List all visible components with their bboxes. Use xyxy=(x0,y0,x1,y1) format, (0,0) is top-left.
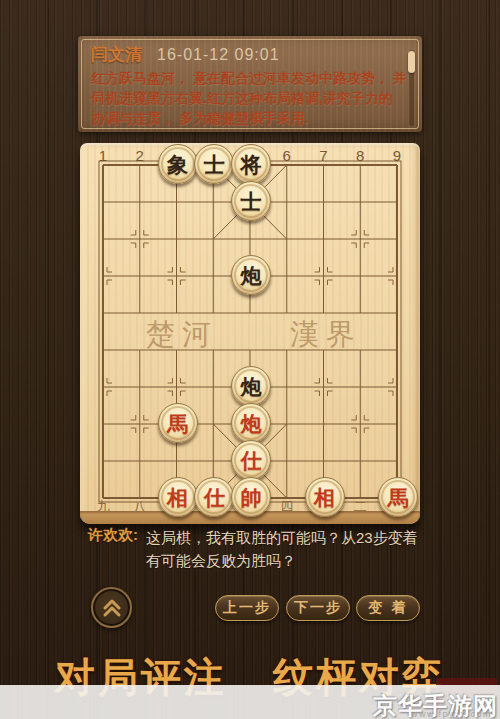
scroll-top-button[interactable] xyxy=(91,587,132,628)
piece-black[interactable]: 炮 xyxy=(231,366,271,406)
piece-red[interactable]: 仕 xyxy=(231,440,271,480)
piece-black[interactable]: 士 xyxy=(231,181,271,221)
file-label-top: 1 xyxy=(93,147,113,164)
app-screen: 闫文清 16-01-12 09:01 红方跃马盘河， 意在配合过河車发动中路攻势… xyxy=(0,0,500,719)
variation-button[interactable]: 变 着 xyxy=(356,595,420,621)
file-label-top: 8 xyxy=(350,147,370,164)
commentary-line: 伺机进窥黑方右翼.红方这种布局格调,讲究子力的 xyxy=(91,88,402,108)
file-label-bottom: 二 xyxy=(351,498,369,516)
file-label-top: 7 xyxy=(314,147,334,164)
file-label-top: 6 xyxy=(277,147,297,164)
double-chevron-up-icon xyxy=(99,595,125,621)
piece-red[interactable]: 帥 xyxy=(231,477,271,517)
chat-line: 有可能会反败为胜吗？ xyxy=(146,549,418,572)
piece-red[interactable]: 相 xyxy=(305,477,345,517)
xiangqi-board[interactable]: 123456789 九八七六五四三二一 楚河 漢界 象士将士炮炮馬炮仕相仕帥相馬 xyxy=(80,143,420,524)
commentator-name: 闫文清 xyxy=(91,43,142,66)
file-label-top: 9 xyxy=(387,147,407,164)
chat-line: 这局棋，我有取胜的可能吗？从23步变着 xyxy=(146,526,418,549)
scrollbar-thumb[interactable] xyxy=(408,51,415,73)
piece-red[interactable]: 炮 xyxy=(231,403,271,443)
site-url-watermark: www.fpwjx.com xyxy=(411,709,492,719)
piece-black[interactable]: 将 xyxy=(231,144,271,184)
file-label-top: 2 xyxy=(130,147,150,164)
commentary-line: 红方跃马盘河， 意在配合过河車发动中路攻势， 并 xyxy=(91,68,402,88)
piece-black[interactable]: 炮 xyxy=(231,255,271,295)
river-label-han: 漢界 xyxy=(290,315,362,355)
next-move-button[interactable]: 下一步 xyxy=(286,595,350,621)
chat-author: 许欢欢: xyxy=(88,526,138,572)
commentary-line: 协调与连贯， 多为稳健型棋手采用. xyxy=(91,108,402,128)
piece-red[interactable]: 馬 xyxy=(378,477,418,517)
piece-black[interactable]: 士 xyxy=(194,144,234,184)
prev-move-button[interactable]: 上一步 xyxy=(215,595,279,621)
piece-red[interactable]: 馬 xyxy=(158,403,198,443)
file-label-bottom: 四 xyxy=(278,498,296,516)
commentary-panel: 闫文清 16-01-12 09:01 红方跃马盘河， 意在配合过河車发动中路攻势… xyxy=(78,36,422,132)
file-label-bottom: 九 xyxy=(94,498,112,516)
river-label-chu: 楚河 xyxy=(146,315,218,355)
chat-message: 许欢欢: 这局棋，我有取胜的可能吗？从23步变着 有可能会反败为胜吗？ xyxy=(88,526,428,572)
piece-red[interactable]: 仕 xyxy=(194,477,234,517)
file-label-bottom: 八 xyxy=(131,498,149,516)
piece-black[interactable]: 象 xyxy=(158,144,198,184)
commentary-timestamp: 16-01-12 09:01 xyxy=(157,46,280,64)
piece-red[interactable]: 相 xyxy=(158,477,198,517)
